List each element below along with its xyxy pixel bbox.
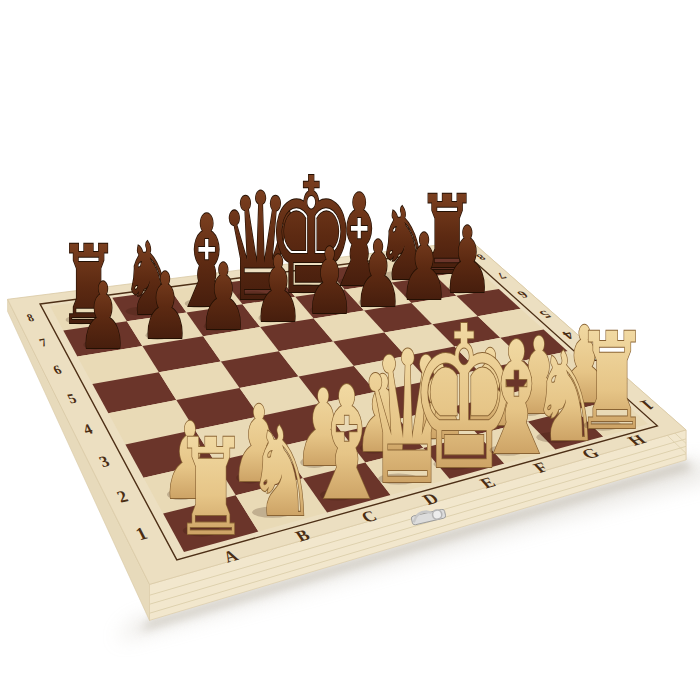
piece-black-pawn-e7: ♟ <box>304 228 355 335</box>
piece-white-rook-h1: ♜ <box>575 304 649 459</box>
piece-black-pawn-b7: ♟ <box>140 253 191 360</box>
piece-black-pawn-f7: ♟ <box>353 220 404 327</box>
piece-white-rook-a1: ♜ <box>174 410 248 565</box>
piece-black-pawn-c7: ♟ <box>198 244 249 351</box>
piece-black-pawn-a7: ♟ <box>78 262 129 369</box>
piece-black-pawn-d7: ♟ <box>253 236 304 343</box>
chessboard: ABCDEFGH1122334455667788♜♞♝♛♚♝♞♜♟♟♟♟♟♟♟♟… <box>0 0 700 700</box>
chess-set-photo: ABCDEFGH1122334455667788♜♞♝♛♚♝♞♜♟♟♟♟♟♟♟♟… <box>0 0 700 700</box>
